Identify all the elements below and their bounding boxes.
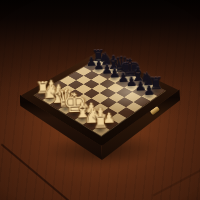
chess-scene: ♜♞♝♛♚♝♞♜♟♟♟♟♟♟♟♟♟♟♟♟♟♟♟♟♜♞♝♛♚♝♞♜ <box>0 0 200 200</box>
board-3d-scene: ♜♞♝♛♚♝♞♜♟♟♟♟♟♟♟♟♟♟♟♟♟♟♟♟♜♞♝♛♚♝♞♜ <box>0 0 200 200</box>
board-squares-grid[interactable]: ♜♞♝♛♚♝♞♜♟♟♟♟♟♟♟♟♟♟♟♟♟♟♟♟♜♞♝♛♚♝♞♜ <box>35 58 165 135</box>
square-h1[interactable]: ♜ <box>92 124 110 136</box>
chess-box-group: ♜♞♝♛♚♝♞♜♟♟♟♟♟♟♟♟♟♟♟♟♟♟♟♟♜♞♝♛♚♝♞♜ <box>0 0 200 200</box>
chess-board[interactable]: ♜♞♝♛♚♝♞♜♟♟♟♟♟♟♟♟♟♟♟♟♟♟♟♟♜♞♝♛♚♝♞♜ <box>21 52 179 147</box>
black-pawn[interactable]: ♟ <box>143 84 155 98</box>
white-rook[interactable]: ♜ <box>93 113 109 131</box>
square-h7[interactable]: ♟ <box>141 91 157 101</box>
